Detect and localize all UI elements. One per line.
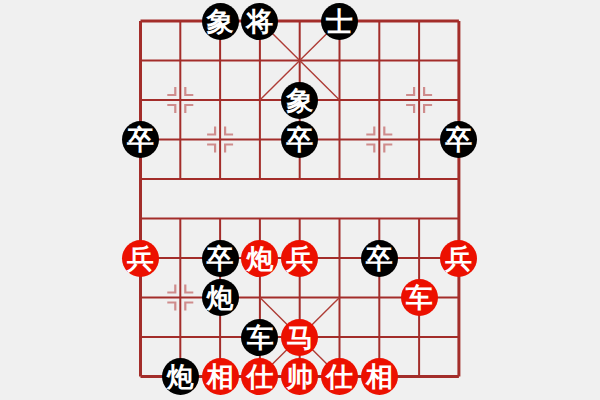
piece-red-horse[interactable]: 马 [281, 319, 318, 356]
piece-red-elephant[interactable]: 相 [202, 358, 239, 395]
piece-red-advisor[interactable]: 仕 [321, 358, 358, 395]
piece-red-pawn[interactable]: 兵 [281, 240, 318, 277]
piece-black-pawn[interactable]: 卒 [202, 240, 239, 277]
piece-black-cannon[interactable]: 炮 [202, 279, 239, 316]
xiangqi-board: 象将士象卒卒卒兵卒炮兵卒兵炮车车马炮相仕帅仕相 [0, 0, 600, 400]
piece-black-advisor[interactable]: 士 [321, 3, 358, 40]
piece-black-pawn[interactable]: 卒 [281, 121, 318, 158]
piece-black-chariot[interactable]: 车 [241, 319, 278, 356]
piece-red-pawn[interactable]: 兵 [122, 240, 159, 277]
piece-black-king[interactable]: 将 [241, 3, 278, 40]
piece-red-pawn[interactable]: 兵 [440, 240, 477, 277]
piece-black-elephant[interactable]: 象 [202, 3, 239, 40]
piece-black-pawn[interactable]: 卒 [122, 121, 159, 158]
piece-red-king[interactable]: 帅 [281, 358, 318, 395]
piece-black-cannon[interactable]: 炮 [162, 358, 199, 395]
piece-red-elephant[interactable]: 相 [361, 358, 398, 395]
piece-layer: 象将士象卒卒卒兵卒炮兵卒兵炮车车马炮相仕帅仕相 [121, 1, 479, 396]
piece-black-pawn[interactable]: 卒 [361, 240, 398, 277]
piece-black-elephant[interactable]: 象 [281, 82, 318, 119]
piece-red-cannon[interactable]: 炮 [241, 240, 278, 277]
piece-red-chariot[interactable]: 车 [401, 279, 438, 316]
piece-red-advisor[interactable]: 仕 [241, 358, 278, 395]
piece-black-pawn[interactable]: 卒 [440, 121, 477, 158]
